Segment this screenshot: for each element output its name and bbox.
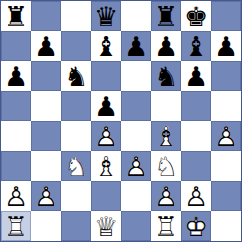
square-a7[interactable]	[1, 31, 31, 61]
piece-black-rook[interactable]: ♜	[1, 1, 31, 31]
piece-white-rook[interactable]: ♜♖	[151, 211, 181, 241]
piece-white-rook-outline: ♖	[1, 211, 31, 241]
piece-black-pawn[interactable]: ♟	[121, 31, 151, 61]
square-h7[interactable]: ♟	[211, 31, 241, 61]
square-f3[interactable]: ♞♘	[151, 151, 181, 181]
square-c8[interactable]	[61, 1, 91, 31]
square-e8[interactable]	[121, 1, 151, 31]
square-g1[interactable]: ♚♔	[181, 211, 211, 241]
piece-white-pawn-outline: ♙	[91, 121, 121, 151]
square-b1[interactable]	[31, 211, 61, 241]
square-a5[interactable]	[1, 91, 31, 121]
piece-white-queen-outline: ♕	[91, 211, 121, 241]
square-c4[interactable]	[61, 121, 91, 151]
piece-white-pawn[interactable]: ♟♙	[211, 121, 241, 151]
piece-white-pawn[interactable]: ♟♙	[1, 181, 31, 211]
piece-white-knight[interactable]: ♞♘	[61, 151, 91, 181]
piece-white-pawn[interactable]: ♟♙	[91, 121, 121, 151]
piece-black-pawn[interactable]: ♟	[1, 61, 31, 91]
piece-black-bishop[interactable]: ♝	[91, 31, 121, 61]
square-g8[interactable]: ♚	[181, 1, 211, 31]
piece-white-pawn-outline: ♙	[31, 181, 61, 211]
square-c3[interactable]: ♞♘	[61, 151, 91, 181]
chess-board: ♜♛♜♚♟♝♟♟♝♟♟♞♞♟♟♟♙♝♗♟♙♞♘♝♗♟♙♞♘♟♙♟♙♟♙♟♙♜♖♛…	[0, 0, 242, 242]
square-a4[interactable]	[1, 121, 31, 151]
square-f4[interactable]: ♝♗	[151, 121, 181, 151]
square-c5[interactable]	[61, 91, 91, 121]
square-f2[interactable]: ♟♙	[151, 181, 181, 211]
piece-black-pawn[interactable]: ♟	[151, 31, 181, 61]
piece-white-pawn[interactable]: ♟♙	[31, 181, 61, 211]
square-d8[interactable]: ♛	[91, 1, 121, 31]
square-d7[interactable]: ♝	[91, 31, 121, 61]
square-g3[interactable]	[181, 151, 211, 181]
square-g7[interactable]: ♝	[181, 31, 211, 61]
piece-white-king-outline: ♔	[181, 211, 211, 241]
piece-black-rook[interactable]: ♜	[151, 1, 181, 31]
square-h4[interactable]: ♟♙	[211, 121, 241, 151]
square-e2[interactable]	[121, 181, 151, 211]
square-e4[interactable]	[121, 121, 151, 151]
square-a3[interactable]	[1, 151, 31, 181]
square-b7[interactable]: ♟	[31, 31, 61, 61]
square-d2[interactable]	[91, 181, 121, 211]
piece-white-bishop-outline: ♗	[151, 121, 181, 151]
square-a1[interactable]: ♜♖	[1, 211, 31, 241]
square-e3[interactable]: ♟♙	[121, 151, 151, 181]
square-c2[interactable]	[61, 181, 91, 211]
square-b8[interactable]	[31, 1, 61, 31]
square-a8[interactable]: ♜	[1, 1, 31, 31]
square-b5[interactable]	[31, 91, 61, 121]
piece-white-pawn-outline: ♙	[181, 181, 211, 211]
square-d3[interactable]: ♝♗	[91, 151, 121, 181]
square-c6[interactable]: ♞	[61, 61, 91, 91]
square-e7[interactable]: ♟	[121, 31, 151, 61]
piece-white-knight-outline: ♘	[61, 151, 91, 181]
piece-black-queen[interactable]: ♛	[91, 1, 121, 31]
square-h6[interactable]	[211, 61, 241, 91]
square-d5[interactable]: ♟	[91, 91, 121, 121]
piece-black-pawn[interactable]: ♟	[31, 31, 61, 61]
square-h3[interactable]	[211, 151, 241, 181]
square-b3[interactable]	[31, 151, 61, 181]
square-g5[interactable]	[181, 91, 211, 121]
square-d1[interactable]: ♛♕	[91, 211, 121, 241]
square-b6[interactable]	[31, 61, 61, 91]
piece-white-pawn-outline: ♙	[151, 181, 181, 211]
piece-black-pawn[interactable]: ♟	[91, 91, 121, 121]
piece-white-rook-outline: ♖	[151, 211, 181, 241]
piece-white-pawn[interactable]: ♟♙	[181, 181, 211, 211]
square-e6[interactable]	[121, 61, 151, 91]
square-e1[interactable]	[121, 211, 151, 241]
piece-white-knight-outline: ♘	[151, 151, 181, 181]
square-b4[interactable]	[31, 121, 61, 151]
square-c1[interactable]	[61, 211, 91, 241]
piece-white-pawn-outline: ♙	[211, 121, 241, 151]
piece-white-knight[interactable]: ♞♘	[151, 151, 181, 181]
square-f7[interactable]: ♟	[151, 31, 181, 61]
square-a6[interactable]: ♟	[1, 61, 31, 91]
square-g6[interactable]: ♟	[181, 61, 211, 91]
square-g2[interactable]: ♟♙	[181, 181, 211, 211]
piece-white-bishop[interactable]: ♝♗	[151, 121, 181, 151]
piece-black-pawn[interactable]: ♟	[211, 31, 241, 61]
piece-white-pawn[interactable]: ♟♙	[121, 151, 151, 181]
piece-white-pawn-outline: ♙	[121, 151, 151, 181]
piece-white-king[interactable]: ♚♔	[181, 211, 211, 241]
square-d6[interactable]	[91, 61, 121, 91]
piece-white-rook[interactable]: ♜♖	[1, 211, 31, 241]
piece-black-knight[interactable]: ♞	[151, 61, 181, 91]
square-d4[interactable]: ♟♙	[91, 121, 121, 151]
piece-black-bishop[interactable]: ♝	[181, 31, 211, 61]
square-a2[interactable]: ♟♙	[1, 181, 31, 211]
square-b2[interactable]: ♟♙	[31, 181, 61, 211]
piece-white-queen[interactable]: ♛♕	[91, 211, 121, 241]
square-h1[interactable]	[211, 211, 241, 241]
piece-white-bishop-outline: ♗	[91, 151, 121, 181]
square-h2[interactable]	[211, 181, 241, 211]
square-e5[interactable]	[121, 91, 151, 121]
square-h8[interactable]	[211, 1, 241, 31]
square-g4[interactable]	[181, 121, 211, 151]
square-c7[interactable]	[61, 31, 91, 61]
square-f5[interactable]	[151, 91, 181, 121]
square-h5[interactable]	[211, 91, 241, 121]
piece-white-pawn[interactable]: ♟♙	[151, 181, 181, 211]
square-f8[interactable]: ♜	[151, 1, 181, 31]
piece-black-knight[interactable]: ♞	[61, 61, 91, 91]
piece-black-pawn[interactable]: ♟	[181, 61, 211, 91]
piece-white-bishop[interactable]: ♝♗	[91, 151, 121, 181]
piece-white-pawn-outline: ♙	[1, 181, 31, 211]
piece-black-king[interactable]: ♚	[181, 1, 211, 31]
square-f6[interactable]: ♞	[151, 61, 181, 91]
square-f1[interactable]: ♜♖	[151, 211, 181, 241]
